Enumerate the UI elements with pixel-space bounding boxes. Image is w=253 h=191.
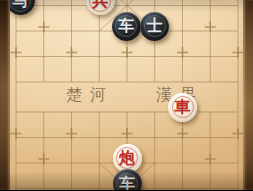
piece-glyph: 車: [175, 99, 191, 115]
piece-glyph: 士: [147, 18, 163, 34]
board-frame-right: [243, 0, 253, 190]
piece-black-advisor[interactable]: 士: [140, 12, 169, 41]
river-label-chu: 楚河: [66, 87, 114, 103]
piece-glyph: 车: [119, 176, 135, 191]
piece-black-chariot[interactable]: 车: [112, 12, 141, 41]
piece-red-chariot[interactable]: 車: [168, 93, 197, 122]
xiangqi-board[interactable]: 楚河 漢界 马 兵 车 士 車 炮 车: [0, 0, 253, 190]
board-frame-left: [0, 0, 10, 190]
piece-glyph: 兵: [92, 0, 108, 9]
piece-black-chariot-2[interactable]: 车: [113, 169, 142, 190]
piece-glyph: 炮: [119, 150, 135, 166]
piece-glyph: 车: [118, 18, 134, 34]
piece-glyph: 马: [12, 0, 28, 9]
